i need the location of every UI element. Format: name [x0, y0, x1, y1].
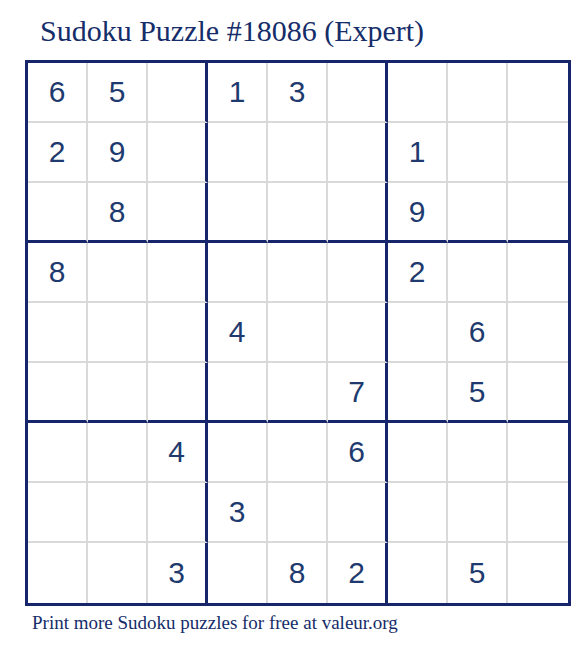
cell-r7c8[interactable] — [448, 423, 508, 483]
given-digit: 8 — [109, 197, 126, 227]
cell-r6c6[interactable]: 7 — [328, 363, 388, 423]
cell-r7c9[interactable] — [508, 423, 568, 483]
cell-r2c1[interactable]: 2 — [28, 123, 88, 183]
cell-r9c7[interactable] — [388, 543, 448, 603]
given-digit: 3 — [168, 558, 185, 588]
cell-r1c1[interactable]: 6 — [28, 63, 88, 123]
cell-r6c4[interactable] — [208, 363, 268, 423]
cell-r6c9[interactable] — [508, 363, 568, 423]
given-digit: 1 — [229, 77, 246, 107]
cell-r1c4[interactable]: 1 — [208, 63, 268, 123]
cell-r3c8[interactable] — [448, 183, 508, 243]
cell-r1c5[interactable]: 3 — [268, 63, 328, 123]
cell-r3c4[interactable] — [208, 183, 268, 243]
cell-r4c8[interactable] — [448, 243, 508, 303]
cell-r8c4[interactable]: 3 — [208, 483, 268, 543]
cell-r8c1[interactable] — [28, 483, 88, 543]
cell-r9c9[interactable] — [508, 543, 568, 603]
cell-r7c5[interactable] — [268, 423, 328, 483]
cell-r3c6[interactable] — [328, 183, 388, 243]
cell-r8c3[interactable] — [148, 483, 208, 543]
cell-r5c9[interactable] — [508, 303, 568, 363]
cell-r5c1[interactable] — [28, 303, 88, 363]
given-digit: 8 — [49, 257, 66, 287]
cell-r1c3[interactable] — [148, 63, 208, 123]
cell-r7c1[interactable] — [28, 423, 88, 483]
cell-r4c3[interactable] — [148, 243, 208, 303]
given-digit: 9 — [409, 197, 426, 227]
cell-r6c3[interactable] — [148, 363, 208, 423]
given-digit: 4 — [168, 437, 185, 467]
cell-r1c2[interactable]: 5 — [88, 63, 148, 123]
cell-r7c2[interactable] — [88, 423, 148, 483]
cell-r7c6[interactable]: 6 — [328, 423, 388, 483]
cell-r3c1[interactable] — [28, 183, 88, 243]
cell-r8c8[interactable] — [448, 483, 508, 543]
cell-r6c5[interactable] — [268, 363, 328, 423]
cell-r2c2[interactable]: 9 — [88, 123, 148, 183]
cell-r9c5[interactable]: 8 — [268, 543, 328, 603]
cell-r4c6[interactable] — [328, 243, 388, 303]
given-digit: 5 — [469, 558, 486, 588]
given-digit: 6 — [469, 317, 486, 347]
cell-r6c8[interactable]: 5 — [448, 363, 508, 423]
cell-r1c8[interactable] — [448, 63, 508, 123]
cell-r4c5[interactable] — [268, 243, 328, 303]
cell-r9c4[interactable] — [208, 543, 268, 603]
cell-r6c7[interactable] — [388, 363, 448, 423]
cell-r3c5[interactable] — [268, 183, 328, 243]
cell-r8c7[interactable] — [388, 483, 448, 543]
given-digit: 3 — [289, 77, 306, 107]
cell-r9c3[interactable]: 3 — [148, 543, 208, 603]
cell-r7c7[interactable] — [388, 423, 448, 483]
cell-r5c7[interactable] — [388, 303, 448, 363]
given-digit: 8 — [289, 558, 306, 588]
cell-r2c4[interactable] — [208, 123, 268, 183]
cell-r5c2[interactable] — [88, 303, 148, 363]
cell-r2c7[interactable]: 1 — [388, 123, 448, 183]
cell-r2c3[interactable] — [148, 123, 208, 183]
cell-r3c9[interactable] — [508, 183, 568, 243]
cell-r4c1[interactable]: 8 — [28, 243, 88, 303]
cell-r1c6[interactable] — [328, 63, 388, 123]
cell-r7c4[interactable] — [208, 423, 268, 483]
cell-r6c1[interactable] — [28, 363, 88, 423]
given-digit: 7 — [348, 377, 365, 407]
cell-r8c6[interactable] — [328, 483, 388, 543]
cell-r2c9[interactable] — [508, 123, 568, 183]
cell-r6c2[interactable] — [88, 363, 148, 423]
cell-r8c9[interactable] — [508, 483, 568, 543]
given-digit: 6 — [348, 437, 365, 467]
cell-r3c3[interactable] — [148, 183, 208, 243]
footer-text: Print more Sudoku puzzles for free at va… — [32, 612, 398, 634]
cell-r4c9[interactable] — [508, 243, 568, 303]
cell-r1c7[interactable] — [388, 63, 448, 123]
cell-r7c3[interactable]: 4 — [148, 423, 208, 483]
cell-r8c5[interactable] — [268, 483, 328, 543]
given-digit: 5 — [109, 77, 126, 107]
cell-r5c8[interactable]: 6 — [448, 303, 508, 363]
given-digit: 6 — [49, 77, 66, 107]
cell-r2c5[interactable] — [268, 123, 328, 183]
cell-r3c2[interactable]: 8 — [88, 183, 148, 243]
cell-r5c3[interactable] — [148, 303, 208, 363]
given-digit: 2 — [348, 558, 365, 588]
cell-r1c9[interactable] — [508, 63, 568, 123]
given-digit: 1 — [409, 137, 426, 167]
cell-r9c2[interactable] — [88, 543, 148, 603]
cell-r9c6[interactable]: 2 — [328, 543, 388, 603]
cell-r5c5[interactable] — [268, 303, 328, 363]
cell-r3c7[interactable]: 9 — [388, 183, 448, 243]
given-digit: 2 — [409, 257, 426, 287]
given-digit: 3 — [229, 497, 246, 527]
cell-r8c2[interactable] — [88, 483, 148, 543]
cell-r5c4[interactable]: 4 — [208, 303, 268, 363]
sudoku-page: Sudoku Puzzle #18086 (Expert) 6513291898… — [0, 0, 580, 651]
cell-r2c8[interactable] — [448, 123, 508, 183]
given-digit: 5 — [469, 377, 486, 407]
given-digit: 9 — [109, 137, 126, 167]
sudoku-board: 6513291898246754633825 — [25, 60, 571, 606]
cell-r2c6[interactable] — [328, 123, 388, 183]
given-digit: 2 — [49, 137, 66, 167]
given-digit: 4 — [229, 317, 246, 347]
cell-r4c4[interactable] — [208, 243, 268, 303]
cell-r4c7[interactable]: 2 — [388, 243, 448, 303]
cell-r9c8[interactable]: 5 — [448, 543, 508, 603]
page-title: Sudoku Puzzle #18086 (Expert) — [40, 14, 424, 48]
cell-r4c2[interactable] — [88, 243, 148, 303]
cell-r9c1[interactable] — [28, 543, 88, 603]
cell-r5c6[interactable] — [328, 303, 388, 363]
